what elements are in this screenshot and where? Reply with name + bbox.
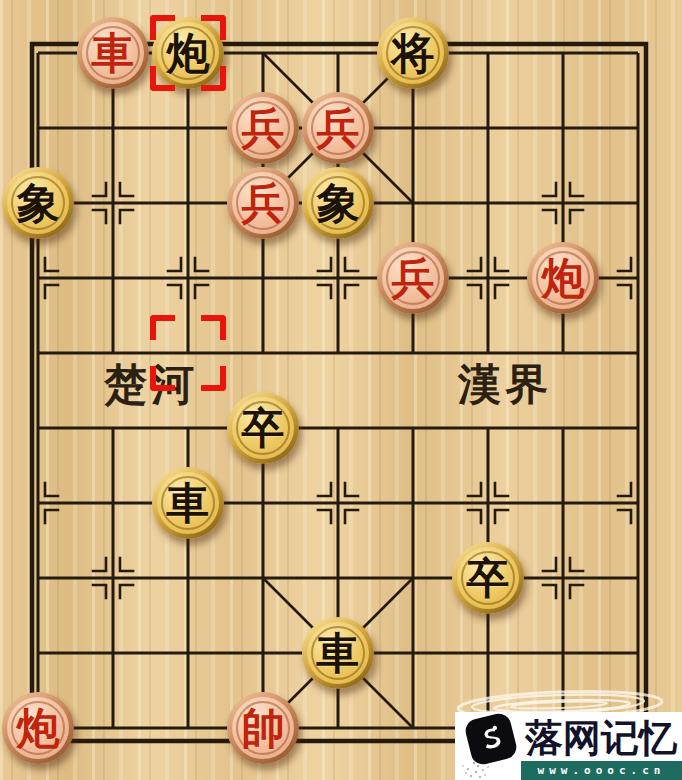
speckle-decoration [473, 762, 475, 764]
river-label-right: 漢界 [430, 358, 580, 410]
piece-glyph: 将 [392, 32, 435, 75]
piece-glyph: 炮 [17, 707, 60, 750]
piece-glyph: 象 [17, 182, 60, 225]
watermark-title: 落网记忆 [523, 715, 679, 759]
watermark: 落网记忆 www.oooc.cn [455, 712, 682, 780]
piece-glyph: 兵 [317, 107, 360, 150]
piece-red-soldier[interactable]: 兵 [227, 92, 299, 164]
piece-glyph: 象 [317, 182, 360, 225]
piece-red-soldier[interactable]: 兵 [377, 242, 449, 314]
piece-glyph: 卒 [242, 407, 285, 450]
piece-red-general[interactable]: 帥 [227, 692, 299, 764]
piece-glyph: 兵 [242, 107, 285, 150]
piece-red-cannon[interactable]: 炮 [527, 242, 599, 314]
piece-black-chariot[interactable]: 車 [152, 467, 224, 539]
piece-black-elephant[interactable]: 象 [2, 167, 74, 239]
piece-black-chariot[interactable]: 車 [302, 617, 374, 689]
piece-red-soldier[interactable]: 兵 [227, 167, 299, 239]
piece-glyph: 車 [92, 32, 135, 75]
piece-red-chariot[interactable]: 車 [77, 17, 149, 89]
piece-black-general[interactable]: 将 [377, 17, 449, 89]
piece-red-cannon[interactable]: 炮 [2, 692, 74, 764]
piece-glyph: 卒 [467, 557, 510, 600]
xiangqi-board: 楚河 漢界 車炮将兵兵象兵象兵炮卒車卒車炮帥 落网记忆 www.oooc.cn [0, 0, 682, 780]
piece-glyph: 炮 [167, 32, 210, 75]
river-label-left: 楚河 [76, 358, 226, 410]
piece-red-soldier[interactable]: 兵 [302, 92, 374, 164]
piece-black-elephant[interactable]: 象 [302, 167, 374, 239]
piece-black-cannon[interactable]: 炮 [152, 17, 224, 89]
piece-glyph: 車 [317, 632, 360, 675]
piece-glyph: 車 [167, 482, 210, 525]
swan-logo-icon [463, 711, 519, 767]
piece-black-soldier[interactable]: 卒 [452, 542, 524, 614]
watermark-url: www.oooc.cn [521, 761, 682, 780]
piece-glyph: 兵 [242, 182, 285, 225]
piece-glyph: 炮 [542, 257, 585, 300]
piece-glyph: 兵 [392, 257, 435, 300]
piece-glyph: 帥 [242, 707, 285, 750]
piece-black-soldier[interactable]: 卒 [227, 392, 299, 464]
